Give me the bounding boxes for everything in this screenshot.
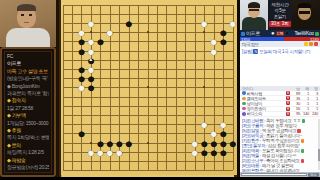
black-stone: ● bbox=[217, 145, 230, 158]
user-icon bbox=[242, 107, 246, 111]
col-win: 95 bbox=[291, 111, 300, 116]
broadcast-notice-list: FC이프로바둑 고수 설명 초보 환영(방송안내)~구독 '꾹' 부탁◆ Bon… bbox=[4, 51, 52, 173]
chat-input[interactable] bbox=[241, 173, 307, 177]
emoticon-icon bbox=[301, 149, 305, 153]
notice-panel-line: ◆ 문의 bbox=[7, 142, 49, 149]
chat-log[interactable]: [1급] 산바람 : 흑이 두텁네요 ㅎㅎ [3단] 구름위 : 좌변 전투 재… bbox=[240, 117, 320, 172]
grid-line-v bbox=[157, 5, 158, 171]
player-black-glasses bbox=[249, 9, 259, 11]
grid-line-h bbox=[63, 170, 233, 171]
user-icon bbox=[242, 91, 246, 95]
grid-line-v bbox=[176, 5, 177, 171]
byoyomi-label: 초읽기 bbox=[274, 14, 287, 20]
chat-scrollbar[interactable] bbox=[318, 119, 320, 170]
betting-rank-table: 아이디 승 패 점 바둑사랑R8913클레오파트R3511냥이냥이R3011장미… bbox=[240, 86, 320, 117]
commentator-body bbox=[6, 28, 50, 47]
notice-line: [알림] N 오늘의 대국 1국 시작합니다 bbox=[242, 49, 318, 55]
black-stone: ● bbox=[84, 81, 97, 94]
player-white-glasses bbox=[299, 11, 310, 14]
subheader-label: 대국정보 bbox=[242, 42, 303, 47]
commentator-webcam bbox=[0, 0, 56, 47]
notice-panel-line: 정규방송(저녁) 20:25.8 bbox=[7, 164, 49, 171]
stream-screen: FC이프로바둑 고수 설명 초보 환영(방송안내)~구독 '꾹' 부탁◆ Bon… bbox=[0, 0, 320, 180]
notice-prefix: [알림] bbox=[242, 49, 252, 54]
emoticon-icon bbox=[301, 139, 305, 143]
star-point bbox=[90, 31, 92, 33]
user-icon bbox=[242, 102, 246, 106]
last-move-marker: ▲ bbox=[88, 57, 93, 62]
notice-panel-line: ◆ 접속자 bbox=[7, 97, 49, 104]
emoticon-button-1[interactable] bbox=[304, 42, 308, 46]
white-stone: ● bbox=[198, 16, 211, 29]
notice-panel-line: 채팅/쪽지 1:28 2/5 bbox=[7, 149, 49, 156]
star-point bbox=[147, 86, 149, 88]
black-stone: ● bbox=[122, 16, 135, 29]
chat-scrollbar-thumb[interactable] bbox=[318, 149, 320, 161]
emoticon-button-2[interactable] bbox=[309, 42, 313, 46]
user-name: 바다소리 bbox=[247, 111, 287, 116]
grid-line-h bbox=[63, 161, 233, 162]
grid-line-h bbox=[63, 97, 233, 98]
player-black-body bbox=[242, 17, 266, 30]
send-button[interactable]: 전송 bbox=[308, 173, 319, 177]
player-black-webcam bbox=[240, 0, 268, 30]
white-stone: ● bbox=[207, 44, 220, 57]
notice-panel-line: 1게임당: 1500~3000 bbox=[7, 120, 49, 127]
player-name-bar: 이프로 ● 178 ● TaeWKoo bbox=[240, 30, 320, 37]
col-pts: 240 bbox=[309, 111, 318, 116]
white-stone-icon: ● bbox=[271, 30, 275, 37]
right-player-icon bbox=[315, 32, 319, 36]
rank-badge: R bbox=[286, 96, 290, 100]
black-stone: ● bbox=[75, 127, 88, 140]
bottom-letterbox bbox=[0, 177, 320, 180]
notice-panel-line: ◆ 재방송 bbox=[7, 157, 49, 164]
col-loss: 140 bbox=[300, 111, 309, 116]
notice-panel-line: 바둑 고수 설명 초보 환영 bbox=[7, 68, 49, 75]
game-info-panel: 제한시간 각 5분 초읽기 30초 3회 이프로 ● 178 ● TaeWKoo… bbox=[240, 0, 320, 177]
rank-badge: R bbox=[286, 91, 290, 95]
move-count: 178 bbox=[276, 31, 285, 36]
grid-line-v bbox=[185, 5, 186, 171]
emoticon-icon bbox=[301, 159, 305, 163]
star-point bbox=[147, 31, 149, 33]
commentator-eyes bbox=[21, 14, 32, 16]
rank-badge: R bbox=[286, 112, 290, 116]
notice-panel-line: ◆ 기부액 bbox=[7, 112, 49, 119]
rank-badge: R bbox=[286, 107, 290, 111]
notice-panel-line: 이프로 bbox=[7, 60, 49, 67]
match-info-column: 제한시간 각 5분 초읽기 30초 3회 bbox=[268, 0, 292, 30]
notice-panel-line: 과외문의 쪽지로 '항상' 환영 bbox=[7, 90, 49, 97]
player-white-webcam bbox=[292, 0, 320, 30]
notice-text: 오늘의 대국 1국 시작합니다 bbox=[259, 49, 310, 54]
player-white-body bbox=[292, 19, 320, 30]
notice-panel-line: (방송안내)~구독 '꾹' 부탁 bbox=[7, 75, 49, 82]
go-board: ●●●●●●●●●●●●●●●●●●●●●●●●●●●●●●●●●●●●●●●●… bbox=[56, 0, 240, 177]
notice-area: [알림] N 오늘의 대국 1국 시작합니다 bbox=[240, 47, 320, 86]
grid-line-h bbox=[63, 115, 233, 116]
grid-line-v bbox=[166, 5, 167, 171]
star-point bbox=[203, 86, 205, 88]
table-rows: 바둑사랑R8913클레오파트R3511냥이냥이R3011장미한송이R5511바다… bbox=[240, 91, 320, 117]
star-point bbox=[203, 31, 205, 33]
emoticon-icon bbox=[302, 119, 306, 123]
user-icon bbox=[242, 112, 246, 116]
notice-panel-line: FC bbox=[7, 53, 49, 60]
rank-badge: R bbox=[286, 101, 290, 105]
user-icon bbox=[242, 97, 246, 101]
white-stone: ● bbox=[113, 145, 126, 158]
notice-panel-line: ◆ BongJoonKim bbox=[7, 83, 49, 90]
notice-panel-line: 1달 27' 28.58 bbox=[7, 105, 49, 112]
grid-line-h bbox=[63, 106, 233, 107]
commentator-hair bbox=[17, 4, 36, 11]
broadcast-notice-panel: FC이프로바둑 고수 설명 초보 환영(방송안내)~구독 '꾹' 부탁◆ Bon… bbox=[0, 47, 56, 177]
star-point bbox=[90, 142, 92, 144]
notice-panel-line: ◆ 후원 bbox=[7, 127, 49, 134]
left-player-icon bbox=[241, 32, 245, 36]
notice-n-icon: N bbox=[253, 49, 258, 54]
player-white-hair bbox=[298, 3, 311, 8]
player-black-hair bbox=[248, 2, 260, 8]
star-point bbox=[147, 142, 149, 144]
black-stone-icon: ● bbox=[285, 30, 289, 37]
commentator-mouth bbox=[24, 22, 29, 23]
emoticon-button-3[interactable] bbox=[314, 42, 318, 46]
byoyomi-badge: 30초 3회 bbox=[269, 21, 291, 27]
go-board-grid: ●●●●●●●●●●●●●●●●●●●●●●●●●●●●●●●●●●●●●●●●… bbox=[61, 0, 237, 175]
notice-panel-line: 쪽지 1회당/최소 변동 1:3 bbox=[7, 134, 49, 141]
